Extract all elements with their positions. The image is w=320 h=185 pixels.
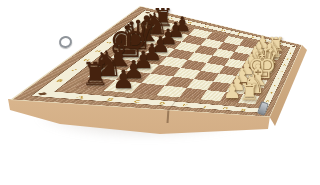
piece-white-rook[interactable]: ♜ [239,81,260,104]
pieces-layer: ♜♞♝♛♚♝♞♜♟♟♟♟♟♟♟♟♟♟♟♟♟♟♟♟♜♞♝♛♚♝♞♜ [0,0,320,185]
product-photo-stage: AA11BB22CC33DD44EE55FF66GG77HH88 ♜♞♝♛♚♝♞… [0,0,320,185]
piece-black-rook[interactable]: ♜ [81,59,110,91]
piece-black-pawn[interactable]: ♟ [112,67,135,92]
